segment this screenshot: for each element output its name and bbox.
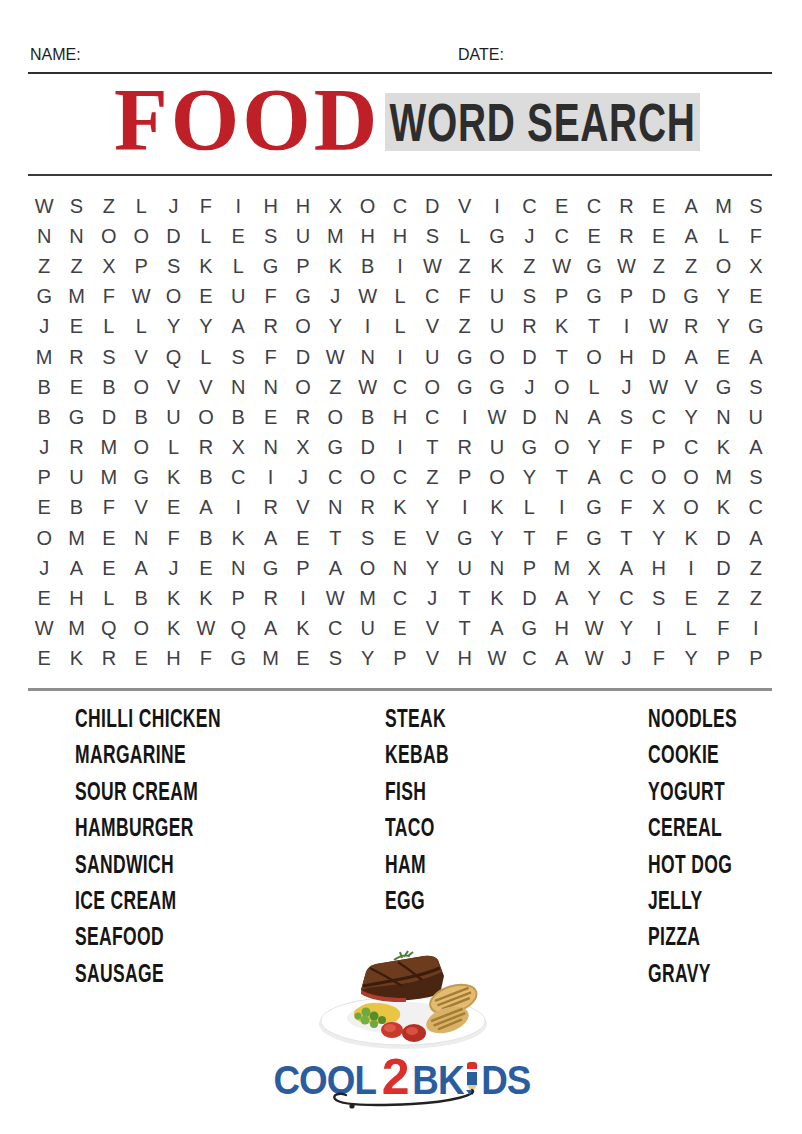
grid-cell: I [740, 614, 772, 644]
grid-cell: D [643, 282, 675, 312]
grid-cell: R [254, 583, 286, 613]
grid-cell: Z [449, 312, 481, 342]
grid-cell: A [190, 493, 222, 523]
grid-cell: M [707, 463, 739, 493]
grid-cell: E [384, 523, 416, 553]
grid-cell: A [125, 553, 157, 583]
grid-cell: K [481, 583, 513, 613]
grid-cell: D [287, 342, 319, 372]
grid-cell: C [643, 402, 675, 432]
grid-cell: M [60, 614, 92, 644]
grid-cell: C [319, 463, 351, 493]
grid-cell: E [707, 342, 739, 372]
grid-cell: E [578, 221, 610, 251]
grid-cell: G [319, 433, 351, 463]
grid-cell: S [93, 342, 125, 372]
grid-cell: P [643, 433, 675, 463]
grid-cell: F [643, 644, 675, 674]
grid-cell: F [707, 614, 739, 644]
grid-cell: W [643, 312, 675, 342]
grid-cell: G [287, 282, 319, 312]
grid-cell: A [481, 614, 513, 644]
grid-cell: M [28, 342, 60, 372]
grid-cell: D [643, 342, 675, 372]
grid-cell: D [707, 553, 739, 583]
grid-cell: G [449, 523, 481, 553]
grid-cell: G [222, 644, 254, 674]
grid-cell: M [93, 433, 125, 463]
grid-cell: Y [578, 433, 610, 463]
grid-cell: B [351, 402, 383, 432]
grid-cell: V [125, 493, 157, 523]
grid-cell: J [416, 583, 448, 613]
grid-cell: A [60, 553, 92, 583]
grid-cell: K [546, 312, 578, 342]
grid-cell: O [546, 433, 578, 463]
grid-cell: H [384, 221, 416, 251]
grid-cell: B [60, 493, 92, 523]
word-list-item: SAUSAGE [75, 955, 221, 991]
grid-cell: V [449, 191, 481, 221]
grid-cell: I [222, 191, 254, 221]
grid-cell: H [157, 644, 189, 674]
grid-cell: E [287, 523, 319, 553]
grid-cell: Y [481, 523, 513, 553]
grid-cell: I [384, 342, 416, 372]
grid-cell: S [740, 463, 772, 493]
grid-cell: Z [740, 553, 772, 583]
grid-cell: E [93, 523, 125, 553]
grid-cell: N [319, 493, 351, 523]
grid-cell: W [578, 614, 610, 644]
grid-cell: O [351, 191, 383, 221]
grid-cell: E [222, 221, 254, 251]
grid-cell: V [416, 312, 448, 342]
grid-cell: U [157, 402, 189, 432]
grid-cell: A [675, 342, 707, 372]
grid-cell: W [319, 342, 351, 372]
grid-cell: G [60, 402, 92, 432]
grid-cell: O [190, 402, 222, 432]
grid-cell: C [222, 463, 254, 493]
word-list-item: COOKIE [648, 736, 737, 772]
grid-cell: R [610, 221, 642, 251]
grid-cell: L [190, 342, 222, 372]
grid-cell: W [481, 402, 513, 432]
word-list-item: STEAK [385, 700, 449, 736]
grid-cell: T [610, 523, 642, 553]
grid-cell: E [384, 614, 416, 644]
grid-cell: T [449, 614, 481, 644]
logo-text-ds: DS [481, 1058, 530, 1103]
grid-cell: K [157, 583, 189, 613]
word-list-item: HOT DOG [648, 846, 737, 882]
grid-cell: P [125, 251, 157, 281]
grid-cell: A [740, 342, 772, 372]
grid-cell: K [707, 433, 739, 463]
grid-cell: O [157, 282, 189, 312]
grid-cell: N [351, 342, 383, 372]
grid-cell: Y [351, 644, 383, 674]
grid-cell: L [125, 191, 157, 221]
grid-cell: B [28, 402, 60, 432]
word-list-item: KEBAB [385, 736, 449, 772]
grid-cell: O [351, 553, 383, 583]
grid-cell: S [157, 251, 189, 281]
grid-cell: L [125, 312, 157, 342]
grid-cell: O [125, 433, 157, 463]
grid-cell: C [513, 644, 545, 674]
grid-cell: O [675, 463, 707, 493]
grid-cell: N [60, 221, 92, 251]
grid-cell: U [481, 433, 513, 463]
grid-cell: R [287, 402, 319, 432]
grid-cell: F [610, 493, 642, 523]
grid-cell: V [416, 523, 448, 553]
grid-cell: I [449, 402, 481, 432]
grid-cell: M [93, 463, 125, 493]
grid-cell: I [384, 251, 416, 281]
grid-cell: Y [416, 493, 448, 523]
grid-cell: N [481, 553, 513, 583]
word-list-item: SANDWICH [75, 846, 221, 882]
grid-cell: N [384, 553, 416, 583]
grid-cell: F [254, 282, 286, 312]
grid-cell: C [513, 191, 545, 221]
grid-cell: A [675, 221, 707, 251]
grid-cell: Z [93, 191, 125, 221]
grid-cell: C [610, 463, 642, 493]
grid-cell: T [319, 523, 351, 553]
grid-cell: C [384, 372, 416, 402]
grid-cell: W [416, 251, 448, 281]
grid-cell: L [513, 493, 545, 523]
grid-cell: W [28, 614, 60, 644]
grid-cell: H [384, 402, 416, 432]
grid-cell: O [287, 372, 319, 402]
grid-cell: Z [675, 251, 707, 281]
grid-cell: D [513, 583, 545, 613]
grid-cell: X [643, 493, 675, 523]
word-list-item: ICE CREAM [75, 882, 221, 918]
grid-cell: B [125, 583, 157, 613]
word-list-item: YOGURT [648, 773, 737, 809]
grid-cell: Z [28, 251, 60, 281]
grid-cell: D [513, 402, 545, 432]
name-field-label: NAME: [30, 46, 81, 64]
word-list-item: NOODLES [648, 700, 737, 736]
grid-cell: G [481, 221, 513, 251]
grid-cell: L [449, 221, 481, 251]
letter-grid: WSZLJFIHHXOCDVICECREAMSNNOODLESUMHHSLGJC… [28, 191, 772, 674]
grid-cell: J [287, 463, 319, 493]
grid-cell: L [578, 372, 610, 402]
grid-cell: E [643, 191, 675, 221]
grid-cell: E [28, 644, 60, 674]
grid-cell: S [740, 372, 772, 402]
worksheet-page: NAME: DATE: FOOD WORD SEARCH WSZLJFIHHXO… [0, 0, 802, 1134]
grid-cell: D [351, 433, 383, 463]
grid-cell: J [157, 553, 189, 583]
grid-cell: I [254, 463, 286, 493]
grid-cell: L [157, 433, 189, 463]
grid-cell: K [157, 463, 189, 493]
grid-cell: N [222, 372, 254, 402]
logo-swoosh-underline [330, 1088, 480, 1114]
grid-cell: O [125, 221, 157, 251]
grid-cell: J [513, 221, 545, 251]
grid-cell: A [610, 553, 642, 583]
grid-cell: U [481, 282, 513, 312]
grid-cell: E [740, 282, 772, 312]
grid-cell: Y [675, 402, 707, 432]
grid-cell: S [60, 191, 92, 221]
grid-cell: O [416, 372, 448, 402]
grid-cell: G [578, 251, 610, 281]
grid-cell: Y [578, 583, 610, 613]
grid-cell: L [384, 312, 416, 342]
grid-cell: Z [707, 583, 739, 613]
grid-cell: O [125, 372, 157, 402]
grid-cell: I [675, 553, 707, 583]
grid-cell: U [287, 221, 319, 251]
grid-cell: H [643, 553, 675, 583]
grid-cell: N [707, 402, 739, 432]
grid-cell: M [254, 644, 286, 674]
grid-cell: E [190, 553, 222, 583]
grid-cell: C [416, 402, 448, 432]
grid-cell: V [416, 644, 448, 674]
grid-cell: J [157, 191, 189, 221]
date-field-label: DATE: [458, 46, 504, 64]
grid-cell: B [222, 402, 254, 432]
grid-cell: I [351, 312, 383, 342]
grid-cell: V [157, 372, 189, 402]
grid-cell: P [513, 553, 545, 583]
grid-cell: A [675, 191, 707, 221]
word-list-item: EGG [385, 882, 449, 918]
word-list-column-2: STEAKKEBABFISHTACOHAMEGG [385, 700, 476, 918]
grid-cell: F [546, 523, 578, 553]
grid-cell: U [449, 553, 481, 583]
grid-cell: O [643, 463, 675, 493]
grid-cell: O [287, 312, 319, 342]
grid-cell: T [416, 433, 448, 463]
grid-cell: R [513, 312, 545, 342]
word-list-item: FISH [385, 773, 449, 809]
grid-cell: P [287, 553, 319, 583]
header-divider [28, 174, 772, 176]
page-title-word-search: WORD SEARCH [390, 91, 696, 153]
grid-cell: Y [157, 312, 189, 342]
grid-cell: C [610, 583, 642, 613]
grid-cell: G [481, 372, 513, 402]
grid-cell: Q [93, 614, 125, 644]
grid-cell: G [513, 614, 545, 644]
grid-cell: G [578, 282, 610, 312]
grid-cell: S [513, 282, 545, 312]
grid-cell: O [578, 342, 610, 372]
grid-cell: O [546, 372, 578, 402]
grid-cell: L [384, 282, 416, 312]
grid-cell: Z [643, 251, 675, 281]
grid-cell: D [93, 402, 125, 432]
grid-cell: E [28, 583, 60, 613]
grid-cell: W [351, 372, 383, 402]
grid-cell: O [351, 463, 383, 493]
word-list-column-3: NOODLESCOOKIEYOGURTCEREALHOT DOGJELLYPIZ… [648, 700, 775, 991]
grid-cell: P [222, 583, 254, 613]
grid-cell: E [643, 221, 675, 251]
grid-cell: A [222, 312, 254, 342]
grid-cell: G [707, 372, 739, 402]
grid-cell: U [351, 614, 383, 644]
grid-cell: C [384, 463, 416, 493]
grid-cell: O [481, 342, 513, 372]
grid-cell: Y [190, 312, 222, 342]
grid-cell: I [384, 433, 416, 463]
grid-cell: E [157, 493, 189, 523]
grid-cell: I [610, 312, 642, 342]
grid-cell: R [60, 433, 92, 463]
page-title-box: WORD SEARCH [385, 93, 700, 151]
grid-cell: H [254, 191, 286, 221]
grid-cell: O [707, 251, 739, 281]
grid-cell: L [190, 221, 222, 251]
grid-cell: W [28, 191, 60, 221]
grid-cell: E [675, 583, 707, 613]
word-list-item: MARGARINE [75, 736, 221, 772]
grid-cell: Z [319, 372, 351, 402]
grid-cell: X [578, 553, 610, 583]
grid-cell: A [546, 583, 578, 613]
grid-cell: W [610, 251, 642, 281]
grid-cell: S [740, 191, 772, 221]
grid-cell: Y [610, 614, 642, 644]
grid-cell: R [60, 342, 92, 372]
grid-cell: N [28, 221, 60, 251]
grid-cell: A [578, 402, 610, 432]
grid-cell: K [707, 493, 739, 523]
grid-cell: J [610, 372, 642, 402]
grid-divider [28, 688, 772, 691]
grid-cell: V [190, 372, 222, 402]
grid-cell: Y [675, 644, 707, 674]
grid-cell: X [93, 251, 125, 281]
grid-cell: C [319, 614, 351, 644]
word-list-item: PIZZA [648, 918, 737, 954]
grid-cell: P [610, 282, 642, 312]
grid-cell: R [254, 493, 286, 523]
grid-cell: G [578, 523, 610, 553]
grid-cell: F [610, 433, 642, 463]
grid-cell: N [222, 553, 254, 583]
grid-cell: Y [643, 523, 675, 553]
grid-cell: R [93, 644, 125, 674]
grid-cell: V [287, 493, 319, 523]
grid-cell: S [319, 644, 351, 674]
grid-cell: G [449, 372, 481, 402]
grid-cell: R [610, 191, 642, 221]
grid-cell: K [384, 493, 416, 523]
grid-cell: R [190, 433, 222, 463]
grid-cell: K [481, 251, 513, 281]
grid-cell: W [125, 282, 157, 312]
word-list-item: JELLY [648, 882, 737, 918]
grid-cell: G [28, 282, 60, 312]
grid-cell: N [546, 402, 578, 432]
grid-cell: U [60, 463, 92, 493]
grid-cell: U [481, 312, 513, 342]
word-list-item: GRAVY [648, 955, 737, 991]
word-list-item: SOUR CREAM [75, 773, 221, 809]
grid-cell: Q [157, 342, 189, 372]
grid-cell: O [28, 523, 60, 553]
grid-cell: F [449, 282, 481, 312]
grid-cell: J [610, 644, 642, 674]
grid-cell: K [60, 644, 92, 674]
grid-cell: W [643, 372, 675, 402]
grid-cell: H [610, 342, 642, 372]
grid-cell: I [222, 493, 254, 523]
grid-cell: G [513, 433, 545, 463]
grid-cell: V [125, 342, 157, 372]
grid-cell: N [125, 523, 157, 553]
grid-cell: K [222, 523, 254, 553]
steak-plate-illustration [306, 942, 498, 1052]
grid-cell: W [190, 614, 222, 644]
grid-cell: A [319, 553, 351, 583]
grid-cell: F [93, 282, 125, 312]
grid-cell: K [319, 251, 351, 281]
grid-cell: G [254, 553, 286, 583]
grid-cell: J [319, 282, 351, 312]
grid-cell: X [287, 433, 319, 463]
grid-cell: O [675, 493, 707, 523]
grid-cell: Z [449, 251, 481, 281]
grid-cell: N [254, 433, 286, 463]
grid-cell: M [60, 282, 92, 312]
grid-cell: Q [222, 614, 254, 644]
grid-cell: S [351, 523, 383, 553]
grid-cell: D [157, 221, 189, 251]
grid-cell: F [190, 191, 222, 221]
grid-cell: V [675, 372, 707, 402]
grid-cell: Z [513, 251, 545, 281]
grid-cell: X [319, 191, 351, 221]
grid-cell: H [351, 221, 383, 251]
grid-cell: M [351, 583, 383, 613]
grid-cell: E [190, 282, 222, 312]
grid-cell: T [578, 312, 610, 342]
grid-cell: E [254, 402, 286, 432]
grid-cell: R [254, 312, 286, 342]
grid-cell: F [254, 342, 286, 372]
grid-cell: E [60, 312, 92, 342]
grid-cell: T [513, 523, 545, 553]
grid-cell: O [481, 463, 513, 493]
grid-cell: S [610, 402, 642, 432]
grid-cell: F [740, 221, 772, 251]
grid-cell: J [513, 372, 545, 402]
grid-cell: J [28, 312, 60, 342]
grid-cell: S [254, 221, 286, 251]
grid-cell: K [157, 614, 189, 644]
grid-cell: C [384, 191, 416, 221]
grid-cell: B [125, 402, 157, 432]
grid-cell: G [675, 282, 707, 312]
grid-cell: A [740, 433, 772, 463]
